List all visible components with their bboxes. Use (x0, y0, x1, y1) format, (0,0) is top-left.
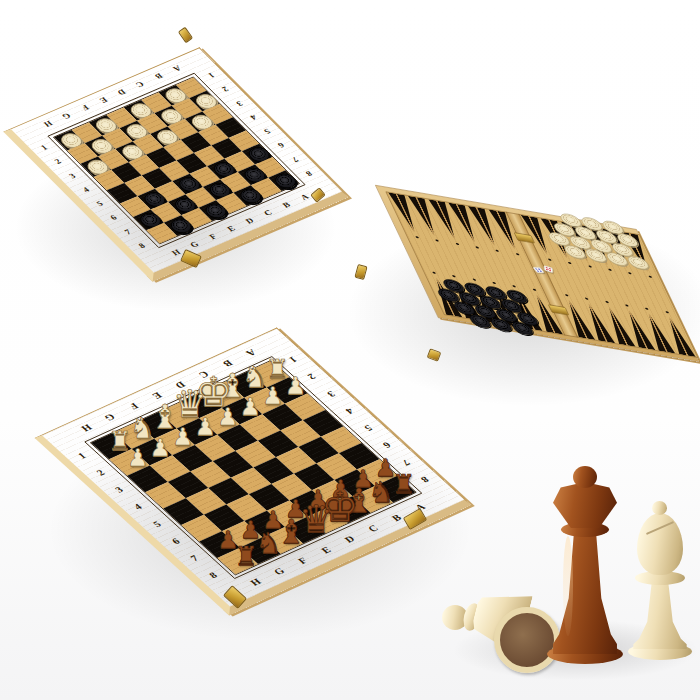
point-dot (588, 265, 592, 268)
point-dot (568, 262, 572, 265)
point-dot (475, 246, 479, 249)
brown-king-piece[interactable] (545, 466, 625, 664)
point-dot (512, 285, 516, 288)
product-photo-scene: HGFEDCBAHGFEDCBA1234567812345678 HGFEDCB… (0, 0, 700, 700)
bishop-tip-ball (652, 501, 667, 515)
point-dot (452, 275, 456, 278)
bishop-body (631, 581, 689, 649)
point-dot (628, 272, 632, 275)
point-dot (516, 253, 520, 256)
point-dot (492, 282, 496, 285)
point-dot (432, 272, 436, 275)
point-dot (548, 258, 552, 261)
point-dot (645, 308, 649, 311)
checkers-hinge-hook (178, 27, 193, 44)
point-dot (455, 243, 459, 246)
lying-pawn-piece[interactable] (440, 583, 552, 671)
bishop-mitre (637, 513, 683, 575)
point-dot (625, 304, 629, 307)
point-dot (495, 249, 499, 252)
die-pip (539, 271, 541, 272)
point-dot (585, 297, 589, 300)
point-dot (665, 311, 669, 314)
point-dot (648, 275, 652, 278)
die-pip (538, 268, 540, 269)
point-dot (533, 289, 537, 292)
king-body (551, 530, 619, 654)
point-dot (435, 239, 439, 242)
die-pip (549, 270, 551, 271)
point-dot (565, 294, 569, 297)
cream-bishop-piece[interactable] (623, 501, 697, 661)
point-dot (605, 301, 609, 304)
point-dot (608, 269, 612, 272)
point-dot (415, 236, 419, 239)
king-gloss-highlight (563, 536, 573, 636)
king-finial-ball (573, 466, 597, 488)
point-dot (472, 278, 476, 281)
die-pip (537, 270, 539, 271)
king-crown (553, 482, 617, 528)
chess-piece-brown-rook[interactable]: ♜ (232, 543, 261, 569)
